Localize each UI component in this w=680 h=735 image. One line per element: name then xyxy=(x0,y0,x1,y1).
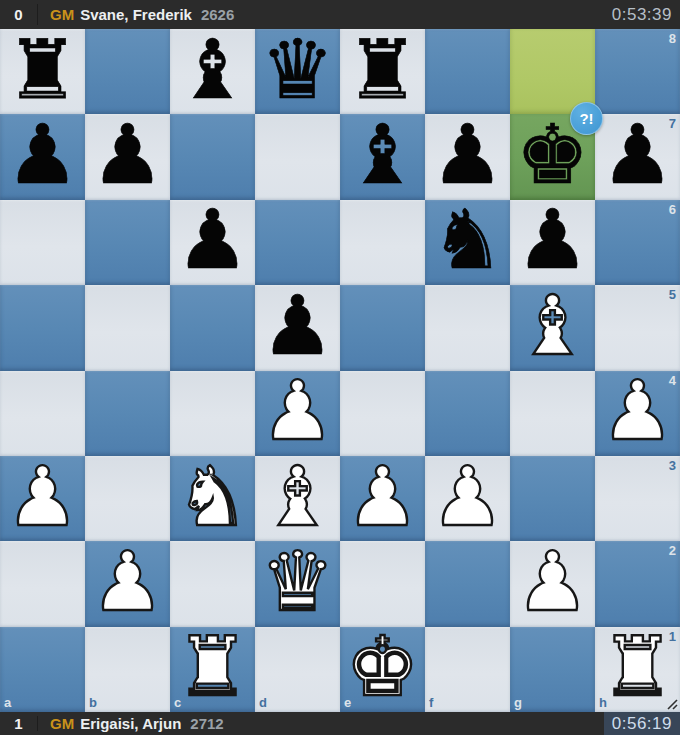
piece-white-knight[interactable]: ♞ xyxy=(176,456,250,538)
square-e2[interactable] xyxy=(340,541,425,626)
piece-white-king[interactable]: ♚ xyxy=(346,626,420,708)
rank-label-8: 8 xyxy=(669,31,676,46)
square-c5[interactable] xyxy=(170,285,255,370)
square-e8[interactable]: ♜ xyxy=(340,29,425,114)
top-player-clock: 0:53:39 xyxy=(604,0,680,29)
square-e1[interactable]: ♚e xyxy=(340,627,425,712)
chess-board: ♜♝♛♜8♟♟♝♟♚?!♟7♟♞♟6♟♝5♟♟4♟♞♝♟♟3♟♛♟2ab♜cd♚… xyxy=(0,29,680,712)
bottom-player-title: GM xyxy=(50,715,74,732)
square-h4[interactable]: ♟4 xyxy=(595,371,680,456)
piece-white-pawn[interactable]: ♟ xyxy=(346,456,420,538)
square-f6[interactable]: ♞ xyxy=(425,200,510,285)
piece-white-pawn[interactable]: ♟ xyxy=(91,541,165,623)
square-g6[interactable]: ♟ xyxy=(510,200,595,285)
top-player-score: 0 xyxy=(0,6,37,23)
file-label-f: f xyxy=(429,695,433,710)
piece-black-rook[interactable]: ♜ xyxy=(346,29,420,111)
piece-white-rook[interactable]: ♜ xyxy=(176,626,250,708)
piece-black-pawn[interactable]: ♟ xyxy=(261,285,335,367)
square-b8[interactable] xyxy=(85,29,170,114)
top-player-bar: 0 GM Svane, Frederik 2626 0:53:39 xyxy=(0,0,680,29)
square-b7[interactable]: ♟ xyxy=(85,114,170,199)
piece-black-pawn[interactable]: ♟ xyxy=(516,199,590,281)
square-g3[interactable] xyxy=(510,456,595,541)
top-player-name: Svane, Frederik xyxy=(80,6,192,23)
rank-label-6: 6 xyxy=(669,202,676,217)
piece-white-pawn[interactable]: ♟ xyxy=(601,370,675,452)
piece-black-rook[interactable]: ♜ xyxy=(6,29,80,111)
square-f7[interactable]: ♟ xyxy=(425,114,510,199)
square-h5[interactable]: 5 xyxy=(595,285,680,370)
square-a3[interactable]: ♟ xyxy=(0,456,85,541)
rank-label-3: 3 xyxy=(669,458,676,473)
square-d2[interactable]: ♛ xyxy=(255,541,340,626)
square-e4[interactable] xyxy=(340,371,425,456)
bottom-player-rating: 2712 xyxy=(190,715,223,732)
square-g2[interactable]: ♟ xyxy=(510,541,595,626)
top-player-title: GM xyxy=(50,6,74,23)
file-label-d: d xyxy=(259,695,267,710)
square-c6[interactable]: ♟ xyxy=(170,200,255,285)
square-a6[interactable] xyxy=(0,200,85,285)
square-b5[interactable] xyxy=(85,285,170,370)
piece-white-bishop[interactable]: ♝ xyxy=(516,285,590,367)
piece-black-bishop[interactable]: ♝ xyxy=(176,29,250,111)
square-a4[interactable] xyxy=(0,371,85,456)
square-b3[interactable] xyxy=(85,456,170,541)
square-d4[interactable]: ♟ xyxy=(255,371,340,456)
bar-divider xyxy=(37,716,38,731)
bottom-player-score: 1 xyxy=(0,715,37,732)
piece-black-pawn[interactable]: ♟ xyxy=(6,114,80,196)
rank-label-5: 5 xyxy=(669,287,676,302)
square-a8[interactable]: ♜ xyxy=(0,29,85,114)
square-e5[interactable] xyxy=(340,285,425,370)
bottom-player-clock: 0:56:19 xyxy=(604,712,680,735)
square-f5[interactable] xyxy=(425,285,510,370)
piece-black-bishop[interactable]: ♝ xyxy=(346,114,420,196)
square-c8[interactable]: ♝ xyxy=(170,29,255,114)
square-h2[interactable]: 2 xyxy=(595,541,680,626)
square-f3[interactable]: ♟ xyxy=(425,456,510,541)
square-f8[interactable] xyxy=(425,29,510,114)
square-c3[interactable]: ♞ xyxy=(170,456,255,541)
square-c4[interactable] xyxy=(170,371,255,456)
square-c1[interactable]: ♜c xyxy=(170,627,255,712)
piece-black-pawn[interactable]: ♟ xyxy=(91,114,165,196)
square-c7[interactable] xyxy=(170,114,255,199)
square-e7[interactable]: ♝ xyxy=(340,114,425,199)
square-f2[interactable] xyxy=(425,541,510,626)
square-d8[interactable]: ♛ xyxy=(255,29,340,114)
piece-black-knight[interactable]: ♞ xyxy=(431,199,505,281)
square-g7[interactable]: ♚?! xyxy=(510,114,595,199)
file-label-h: h xyxy=(599,695,607,710)
square-h8[interactable]: 8 xyxy=(595,29,680,114)
piece-white-pawn[interactable]: ♟ xyxy=(261,370,335,452)
square-f1[interactable]: f xyxy=(425,627,510,712)
rank-label-4: 4 xyxy=(669,373,676,388)
rank-label-2: 2 xyxy=(669,543,676,558)
square-d1[interactable]: d xyxy=(255,627,340,712)
square-f4[interactable] xyxy=(425,371,510,456)
piece-black-pawn[interactable]: ♟ xyxy=(431,114,505,196)
rank-label-1: 1 xyxy=(669,629,676,644)
square-c2[interactable] xyxy=(170,541,255,626)
rank-label-7: 7 xyxy=(669,116,676,131)
square-a7[interactable]: ♟ xyxy=(0,114,85,199)
piece-black-queen[interactable]: ♛ xyxy=(261,29,335,111)
board-resize-handle[interactable] xyxy=(664,696,679,711)
square-d3[interactable]: ♝ xyxy=(255,456,340,541)
square-g1[interactable]: g xyxy=(510,627,595,712)
square-h3[interactable]: 3 xyxy=(595,456,680,541)
square-d6[interactable] xyxy=(255,200,340,285)
piece-white-pawn[interactable]: ♟ xyxy=(6,456,80,538)
square-b6[interactable] xyxy=(85,200,170,285)
piece-white-pawn[interactable]: ♟ xyxy=(516,541,590,623)
square-a1[interactable]: a xyxy=(0,627,85,712)
square-a2[interactable] xyxy=(0,541,85,626)
square-h6[interactable]: 6 xyxy=(595,200,680,285)
square-h7[interactable]: ♟7 xyxy=(595,114,680,199)
piece-white-bishop[interactable]: ♝ xyxy=(261,456,335,538)
piece-white-queen[interactable]: ♛ xyxy=(261,541,335,623)
square-e6[interactable] xyxy=(340,200,425,285)
file-label-a: a xyxy=(4,695,11,710)
square-d5[interactable]: ♟ xyxy=(255,285,340,370)
top-player-rating: 2626 xyxy=(201,6,234,23)
square-e3[interactable]: ♟ xyxy=(340,456,425,541)
piece-white-pawn[interactable]: ♟ xyxy=(431,456,505,538)
file-label-b: b xyxy=(89,695,97,710)
piece-black-pawn[interactable]: ♟ xyxy=(176,199,250,281)
square-g4[interactable] xyxy=(510,371,595,456)
piece-black-pawn[interactable]: ♟ xyxy=(601,114,675,196)
square-d7[interactable] xyxy=(255,114,340,199)
square-b2[interactable]: ♟ xyxy=(85,541,170,626)
bottom-player-name: Erigaisi, Arjun xyxy=(80,715,181,732)
file-label-c: c xyxy=(174,695,181,710)
file-label-g: g xyxy=(514,695,522,710)
file-label-e: e xyxy=(344,695,351,710)
square-b1[interactable]: b xyxy=(85,627,170,712)
square-b4[interactable] xyxy=(85,371,170,456)
square-a5[interactable] xyxy=(0,285,85,370)
bottom-player-bar: 1 GM Erigaisi, Arjun 2712 0:56:19 xyxy=(0,712,680,735)
square-g5[interactable]: ♝ xyxy=(510,285,595,370)
